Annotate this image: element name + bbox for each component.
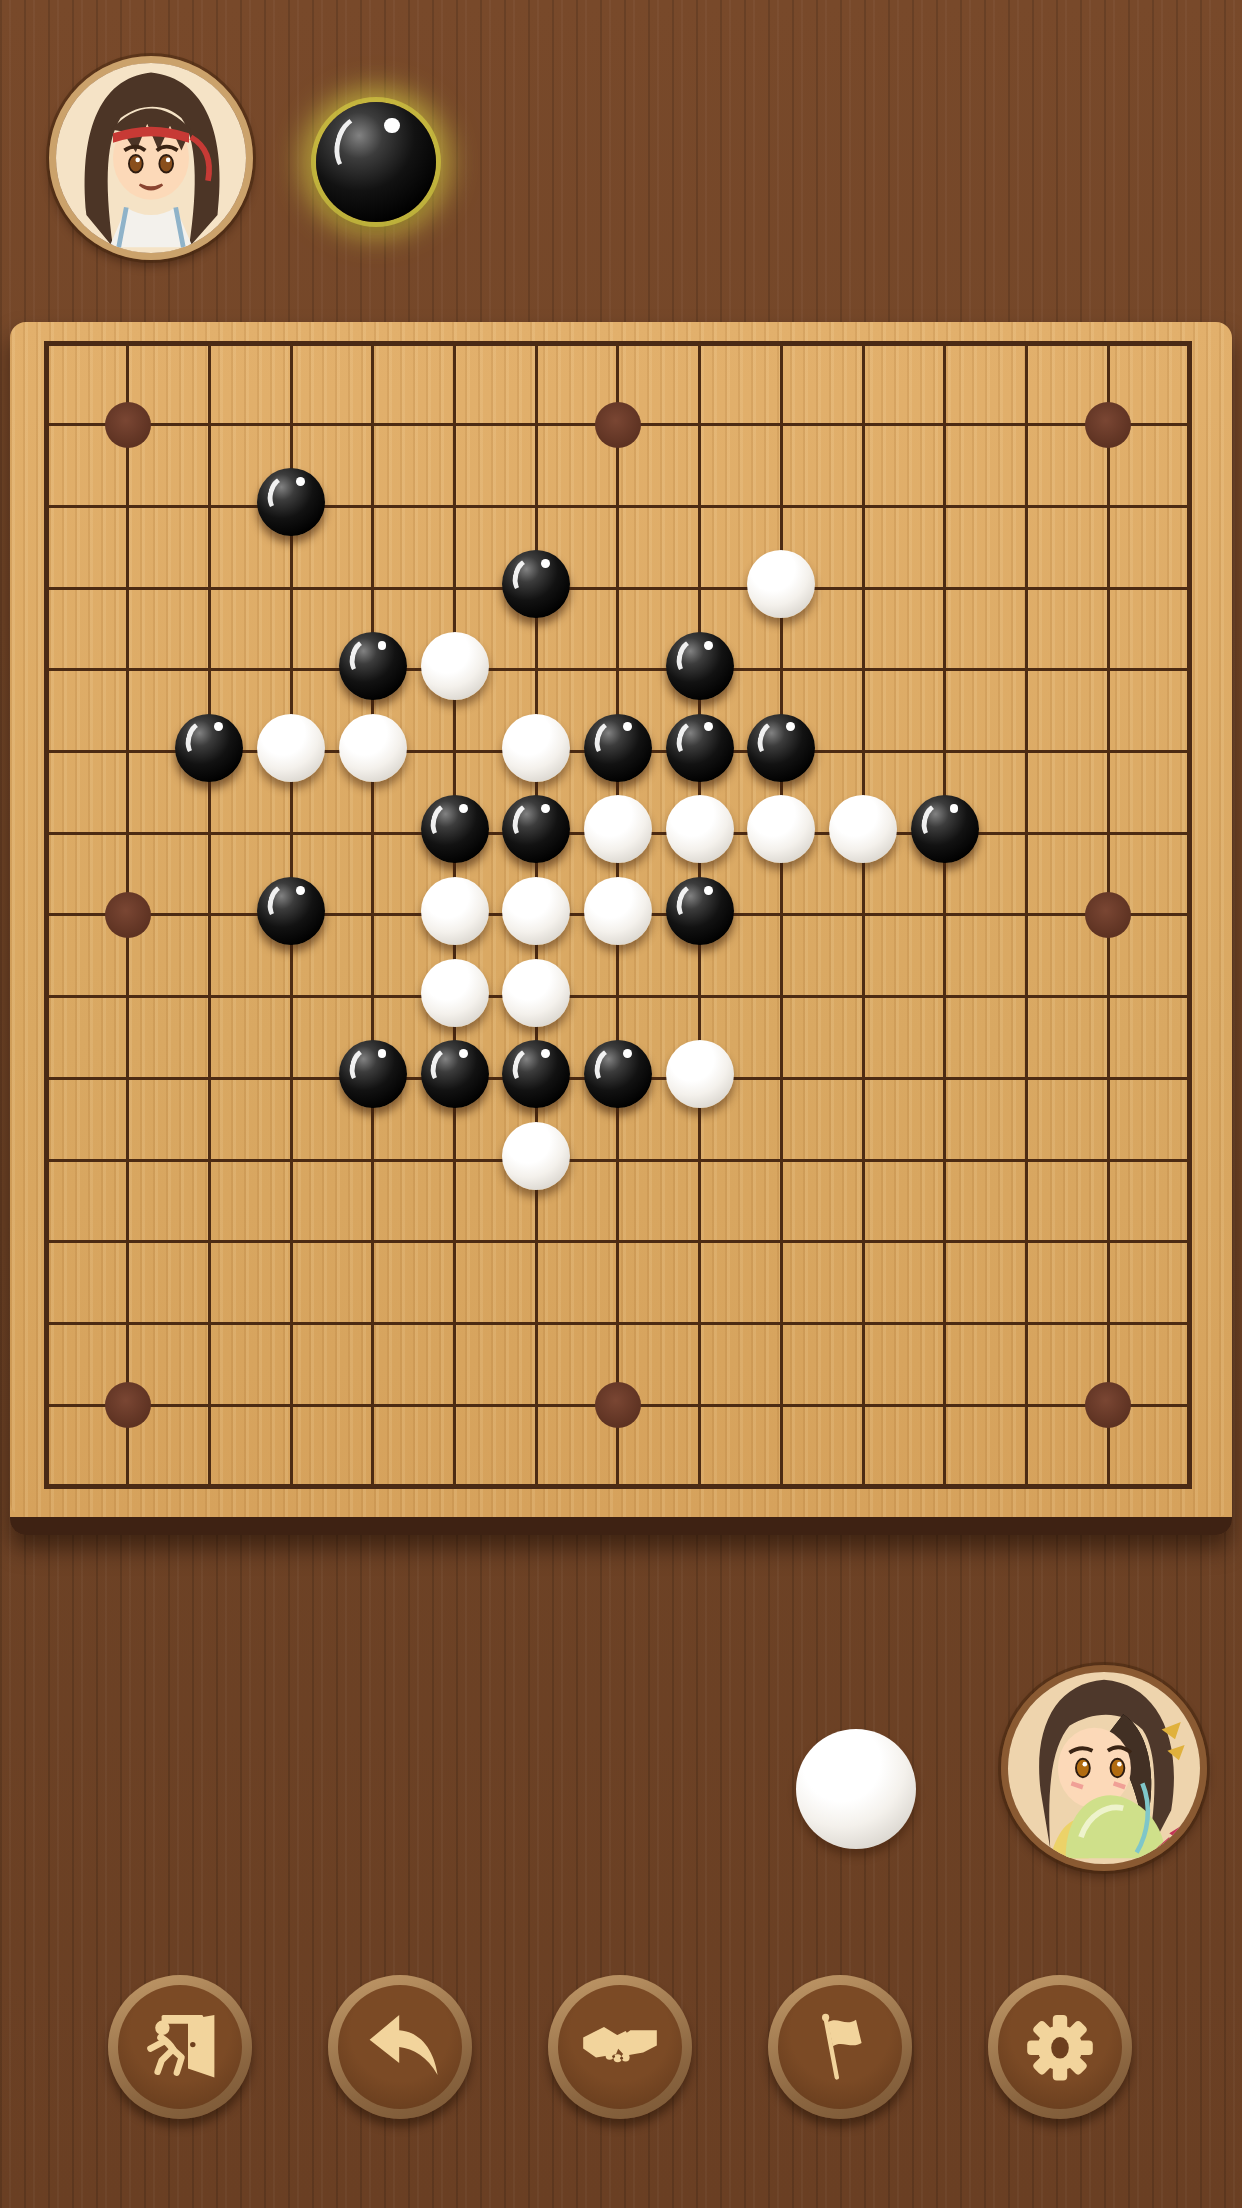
stone-black bbox=[911, 795, 979, 863]
star-point bbox=[105, 1382, 151, 1428]
stone-glint bbox=[541, 968, 550, 977]
stone-glint bbox=[786, 804, 795, 813]
stone-glint bbox=[704, 804, 713, 813]
stone-white bbox=[421, 959, 489, 1027]
grid-line-horizontal bbox=[46, 1240, 1190, 1243]
settings-button[interactable] bbox=[988, 1975, 1132, 2119]
stone-glint bbox=[786, 722, 795, 731]
exit-door-icon bbox=[118, 1985, 242, 2109]
stone-glint bbox=[541, 886, 550, 895]
star-point bbox=[595, 1382, 641, 1428]
stone-black bbox=[584, 714, 652, 782]
stone-glint bbox=[541, 722, 550, 731]
stone-white bbox=[502, 714, 570, 782]
stone-glint bbox=[459, 968, 468, 977]
handshake-icon bbox=[558, 1985, 682, 2109]
stone-glint bbox=[786, 559, 795, 568]
gear-icon bbox=[998, 1985, 1122, 2109]
surrender-button[interactable] bbox=[768, 1975, 912, 2119]
stone-black bbox=[257, 877, 325, 945]
stone-black bbox=[747, 714, 815, 782]
stone-black bbox=[666, 632, 734, 700]
star-point bbox=[1085, 402, 1131, 448]
stone-glint bbox=[459, 804, 468, 813]
stone-glint bbox=[623, 1049, 632, 1058]
stone-glint bbox=[296, 886, 305, 895]
stone-white bbox=[421, 632, 489, 700]
white-stone-indicator bbox=[796, 1729, 916, 1849]
stone-white bbox=[666, 795, 734, 863]
stone-glint bbox=[864, 1745, 880, 1761]
stone-black bbox=[421, 795, 489, 863]
grid-line-horizontal bbox=[46, 1159, 1190, 1162]
star-point bbox=[105, 892, 151, 938]
stone-black bbox=[175, 714, 243, 782]
grid-line-horizontal bbox=[46, 1322, 1190, 1325]
stone-white bbox=[584, 877, 652, 945]
stone-black bbox=[584, 1040, 652, 1108]
stone-glint bbox=[623, 804, 632, 813]
stone-white bbox=[502, 1122, 570, 1190]
stone-glint bbox=[459, 886, 468, 895]
stone-white bbox=[257, 714, 325, 782]
stone-glint bbox=[704, 886, 713, 895]
stone-glint bbox=[541, 1131, 550, 1140]
flag-icon bbox=[778, 1985, 902, 2109]
stone-black bbox=[666, 877, 734, 945]
grid-line-vertical bbox=[1025, 343, 1028, 1487]
undo-button[interactable] bbox=[328, 1975, 472, 2119]
stone-glint bbox=[296, 722, 305, 731]
stone-white bbox=[584, 795, 652, 863]
stone-glint bbox=[704, 1049, 713, 1058]
grid-line-vertical bbox=[943, 343, 946, 1487]
game-board[interactable] bbox=[10, 322, 1232, 1535]
stone-glint bbox=[541, 559, 550, 568]
stone-glint bbox=[378, 1049, 387, 1058]
stone-highlight bbox=[329, 111, 387, 181]
stone-white bbox=[339, 714, 407, 782]
stone-white bbox=[421, 877, 489, 945]
draw-button[interactable] bbox=[548, 1975, 692, 2119]
stone-glint bbox=[623, 886, 632, 895]
stone-glint bbox=[459, 1049, 468, 1058]
stone-glint bbox=[378, 641, 387, 650]
stone-black bbox=[502, 550, 570, 618]
stone-glint bbox=[950, 804, 959, 813]
stone-white bbox=[829, 795, 897, 863]
game-screen bbox=[0, 0, 1242, 2208]
stone-glint bbox=[378, 722, 387, 731]
stone-glint bbox=[868, 804, 877, 813]
stone-black bbox=[339, 632, 407, 700]
stone-glint bbox=[541, 804, 550, 813]
stone-glint bbox=[384, 118, 400, 134]
stone-black bbox=[421, 1040, 489, 1108]
stone-black bbox=[339, 1040, 407, 1108]
stone-white bbox=[666, 1040, 734, 1108]
stone-glint bbox=[623, 722, 632, 731]
stone-glint bbox=[704, 722, 713, 731]
star-point bbox=[1085, 892, 1131, 938]
grid-line-vertical bbox=[780, 343, 783, 1487]
stone-white bbox=[502, 877, 570, 945]
bottom-player-avatar-art bbox=[1008, 1672, 1200, 1864]
black-stone-indicator bbox=[316, 102, 436, 222]
undo-arrow-icon bbox=[338, 1985, 462, 2109]
stone-white bbox=[502, 959, 570, 1027]
stone-glint bbox=[541, 1049, 550, 1058]
stone-glint bbox=[459, 641, 468, 650]
stone-highlight bbox=[809, 1738, 867, 1808]
bottom-player-avatar[interactable] bbox=[1001, 1665, 1207, 1871]
star-point bbox=[595, 402, 641, 448]
stone-black bbox=[666, 714, 734, 782]
stone-glint bbox=[704, 641, 713, 650]
stone-glint bbox=[214, 722, 223, 731]
star-point bbox=[105, 402, 151, 448]
grid-line-vertical bbox=[862, 343, 865, 1487]
grid-line-horizontal bbox=[46, 995, 1190, 998]
stone-glint bbox=[296, 477, 305, 486]
top-player-avatar[interactable] bbox=[49, 56, 253, 260]
exit-button[interactable] bbox=[108, 1975, 252, 2119]
top-player-avatar-art bbox=[56, 63, 246, 253]
